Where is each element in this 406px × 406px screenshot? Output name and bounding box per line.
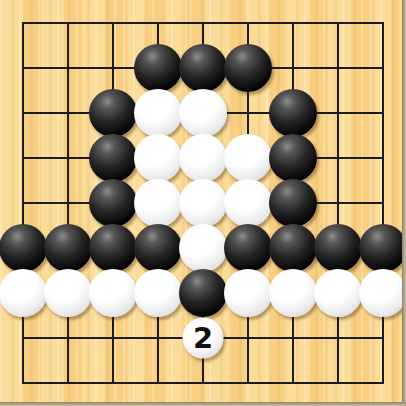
stones-layer: 2 [0, 0, 406, 406]
white-stone [359, 269, 406, 317]
white-stone [44, 269, 92, 317]
black-stone [269, 89, 317, 137]
black-stone [269, 134, 317, 182]
white-stone [179, 224, 227, 272]
black-stone [89, 89, 137, 137]
marked-move-2-white-stone: 2 [183, 318, 224, 359]
black-stone [89, 179, 137, 227]
board-edge-right [402, 0, 406, 406]
white-stone [89, 269, 137, 317]
black-stone [224, 224, 272, 272]
white-stone [179, 134, 227, 182]
black-stone [269, 224, 317, 272]
black-stone [89, 224, 137, 272]
white-stone [134, 179, 182, 227]
white-stone [179, 179, 227, 227]
white-stone [134, 269, 182, 317]
black-stone [179, 44, 227, 92]
white-stone [269, 269, 317, 317]
go-board[interactable]: 2 [0, 0, 406, 406]
black-stone [134, 44, 182, 92]
black-stone [269, 179, 317, 227]
white-stone [224, 269, 272, 317]
white-stone [0, 269, 47, 317]
white-stone [134, 134, 182, 182]
white-stone [314, 269, 362, 317]
board-edge-bottom [0, 402, 406, 406]
white-stone [134, 89, 182, 137]
black-stone [314, 224, 362, 272]
white-stone [179, 89, 227, 137]
white-stone [224, 179, 272, 227]
black-stone [224, 44, 272, 92]
black-stone [0, 224, 47, 272]
black-stone [89, 134, 137, 182]
white-stone [224, 134, 272, 182]
black-stone [359, 224, 406, 272]
black-stone [44, 224, 92, 272]
black-stone [179, 269, 227, 317]
black-stone [134, 224, 182, 272]
